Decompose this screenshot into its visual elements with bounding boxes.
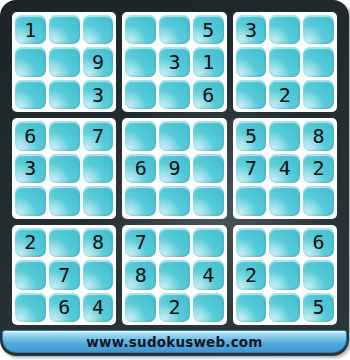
- cell-r6c3[interactable]: [83, 186, 114, 215]
- cell-r7c4[interactable]: 7: [125, 228, 156, 257]
- cell-r1c1[interactable]: 1: [15, 15, 46, 44]
- cell-r5c3[interactable]: [83, 154, 114, 183]
- cell-r7c3[interactable]: 8: [83, 228, 114, 257]
- cell-r4c1[interactable]: 6: [15, 121, 46, 150]
- sudoku-board-plaque: 1935316326736958742287647842625 www.sudo…: [0, 0, 349, 356]
- block-1-1: 193: [12, 12, 116, 112]
- cell-r7c2[interactable]: [49, 228, 80, 257]
- cell-r8c3[interactable]: [83, 260, 114, 289]
- cell-r4c5[interactable]: [159, 121, 190, 150]
- cell-r2c7[interactable]: [236, 47, 267, 76]
- block-1-2: 5316: [122, 12, 226, 112]
- cell-r1c8[interactable]: [269, 15, 300, 44]
- footer-bar: www.sudokusweb.com: [2, 330, 347, 353]
- cell-r2c4[interactable]: [125, 47, 156, 76]
- cell-r3c4[interactable]: [125, 80, 156, 109]
- cell-r9c9[interactable]: 5: [303, 293, 334, 322]
- cell-r4c6[interactable]: [193, 121, 224, 150]
- cell-r9c1[interactable]: [15, 293, 46, 322]
- website-link[interactable]: www.sudokusweb.com: [86, 334, 262, 350]
- cell-r7c9[interactable]: 6: [303, 228, 334, 257]
- cell-r2c8[interactable]: [269, 47, 300, 76]
- cell-r1c6[interactable]: 5: [193, 15, 224, 44]
- cell-r5c5[interactable]: 9: [159, 154, 190, 183]
- cell-r6c8[interactable]: [269, 186, 300, 215]
- cell-r3c7[interactable]: [236, 80, 267, 109]
- cell-r7c1[interactable]: 2: [15, 228, 46, 257]
- cell-r6c6[interactable]: [193, 186, 224, 215]
- cell-r2c2[interactable]: [49, 47, 80, 76]
- cell-r7c7[interactable]: [236, 228, 267, 257]
- cell-r3c5[interactable]: [159, 80, 190, 109]
- cell-r7c5[interactable]: [159, 228, 190, 257]
- block-3-1: 28764: [12, 225, 116, 325]
- cell-r9c3[interactable]: 4: [83, 293, 114, 322]
- cell-r3c9[interactable]: [303, 80, 334, 109]
- cell-r9c5[interactable]: 2: [159, 293, 190, 322]
- cell-r2c6[interactable]: 1: [193, 47, 224, 76]
- cell-r3c1[interactable]: [15, 80, 46, 109]
- cell-r3c2[interactable]: [49, 80, 80, 109]
- cell-r4c9[interactable]: 8: [303, 121, 334, 150]
- cell-r2c1[interactable]: [15, 47, 46, 76]
- cell-r1c4[interactable]: [125, 15, 156, 44]
- cell-r5c1[interactable]: 3: [15, 154, 46, 183]
- cell-r1c3[interactable]: [83, 15, 114, 44]
- cell-r6c1[interactable]: [15, 186, 46, 215]
- cell-r8c6[interactable]: 4: [193, 260, 224, 289]
- cell-r8c5[interactable]: [159, 260, 190, 289]
- page: 1935316326736958742287647842625 www.sudo…: [0, 0, 350, 360]
- cell-r3c6[interactable]: 6: [193, 80, 224, 109]
- cell-r6c4[interactable]: [125, 186, 156, 215]
- cell-r1c5[interactable]: [159, 15, 190, 44]
- block-3-3: 625: [233, 225, 337, 325]
- cell-r5c8[interactable]: 4: [269, 154, 300, 183]
- cell-r4c2[interactable]: [49, 121, 80, 150]
- cell-r5c7[interactable]: 7: [236, 154, 267, 183]
- cell-r3c8[interactable]: 2: [269, 80, 300, 109]
- cell-r6c2[interactable]: [49, 186, 80, 215]
- cell-r1c7[interactable]: 3: [236, 15, 267, 44]
- cell-r3c3[interactable]: 3: [83, 80, 114, 109]
- block-1-3: 32: [233, 12, 337, 112]
- cell-r5c6[interactable]: [193, 154, 224, 183]
- cell-r5c2[interactable]: [49, 154, 80, 183]
- cell-r8c8[interactable]: [269, 260, 300, 289]
- cell-r2c9[interactable]: [303, 47, 334, 76]
- sudoku-board: 1935316326736958742287647842625: [12, 12, 337, 325]
- block-2-1: 673: [12, 118, 116, 218]
- cell-r2c5[interactable]: 3: [159, 47, 190, 76]
- block-3-2: 7842: [122, 225, 226, 325]
- cell-r9c7[interactable]: [236, 293, 267, 322]
- cell-r5c9[interactable]: 2: [303, 154, 334, 183]
- cell-r9c6[interactable]: [193, 293, 224, 322]
- cell-r8c7[interactable]: 2: [236, 260, 267, 289]
- cell-r8c9[interactable]: [303, 260, 334, 289]
- cell-r8c2[interactable]: 7: [49, 260, 80, 289]
- block-2-2: 69: [122, 118, 226, 218]
- cell-r6c9[interactable]: [303, 186, 334, 215]
- cell-r4c7[interactable]: 5: [236, 121, 267, 150]
- cell-r4c8[interactable]: [269, 121, 300, 150]
- cell-r6c7[interactable]: [236, 186, 267, 215]
- cell-r4c4[interactable]: [125, 121, 156, 150]
- cell-r7c8[interactable]: [269, 228, 300, 257]
- cell-r9c4[interactable]: [125, 293, 156, 322]
- cell-r5c4[interactable]: 6: [125, 154, 156, 183]
- cell-r1c9[interactable]: [303, 15, 334, 44]
- cell-r8c1[interactable]: [15, 260, 46, 289]
- cell-r4c3[interactable]: 7: [83, 121, 114, 150]
- cell-r2c3[interactable]: 9: [83, 47, 114, 76]
- cell-r1c2[interactable]: [49, 15, 80, 44]
- cell-r8c4[interactable]: 8: [125, 260, 156, 289]
- cell-r9c2[interactable]: 6: [49, 293, 80, 322]
- cell-r6c5[interactable]: [159, 186, 190, 215]
- cell-r7c6[interactable]: [193, 228, 224, 257]
- block-2-3: 58742: [233, 118, 337, 218]
- cell-r9c8[interactable]: [269, 293, 300, 322]
